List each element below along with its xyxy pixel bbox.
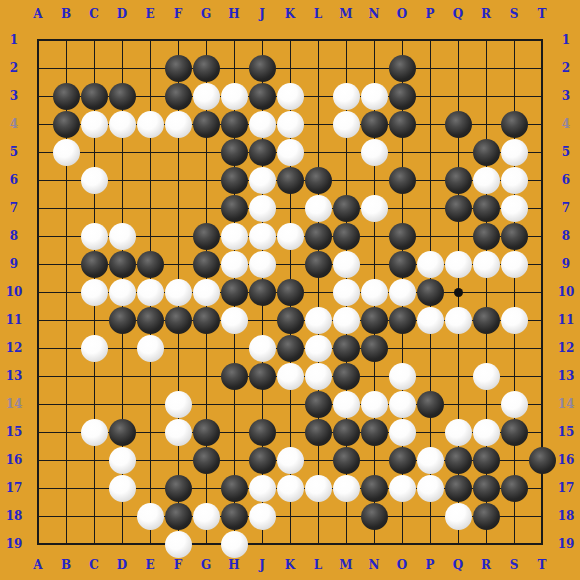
stone-black-J13	[249, 363, 276, 390]
row-label-right-7: 7	[562, 202, 570, 214]
stone-black-O6	[389, 167, 416, 194]
stone-black-R7	[473, 195, 500, 222]
stone-white-G10	[193, 279, 220, 306]
stone-white-M11	[333, 307, 360, 334]
stone-white-H8	[221, 223, 248, 250]
stone-black-Q17	[445, 475, 472, 502]
stone-white-K16	[277, 447, 304, 474]
row-label-left-3: 3	[10, 90, 18, 102]
row-label-left-16: 16	[6, 454, 23, 466]
stone-black-J16	[249, 447, 276, 474]
row-label-left-19: 19	[6, 538, 23, 550]
col-label-bottom-J: J	[259, 559, 265, 571]
col-label-bottom-N: N	[369, 559, 380, 571]
stone-white-D8	[109, 223, 136, 250]
stone-black-J5	[249, 139, 276, 166]
stone-white-C15	[81, 419, 108, 446]
stone-black-B4	[53, 111, 80, 138]
stone-white-H19	[221, 531, 248, 558]
stone-black-Q7	[445, 195, 472, 222]
col-label-top-G: G	[201, 8, 211, 20]
row-label-left-6: 6	[10, 174, 18, 186]
row-label-left-12: 12	[6, 342, 23, 354]
stone-black-Q16	[445, 447, 472, 474]
stone-black-O9	[389, 251, 416, 278]
stone-black-R5	[473, 139, 500, 166]
stone-white-Q11	[445, 307, 472, 334]
row-label-left-4: 4	[10, 118, 18, 130]
stone-white-L13	[305, 363, 332, 390]
stone-black-H17	[221, 475, 248, 502]
stone-black-D15	[109, 419, 136, 446]
stone-black-G8	[193, 223, 220, 250]
stone-black-J10	[249, 279, 276, 306]
stone-black-H18	[221, 503, 248, 530]
stone-black-H13	[221, 363, 248, 390]
col-label-top-N: N	[369, 8, 380, 20]
stone-white-E18	[137, 503, 164, 530]
stone-black-P14	[417, 391, 444, 418]
row-label-left-1: 1	[10, 34, 18, 46]
col-label-bottom-G: G	[201, 559, 211, 571]
col-label-top-F: F	[174, 8, 183, 20]
stone-white-E12	[137, 335, 164, 362]
stone-black-S4	[501, 111, 528, 138]
stone-white-R15	[473, 419, 500, 446]
stone-black-L15	[305, 419, 332, 446]
col-label-bottom-Q: Q	[453, 559, 463, 571]
stone-black-H5	[221, 139, 248, 166]
stone-white-N3	[361, 83, 388, 110]
stone-black-O16	[389, 447, 416, 474]
row-label-right-18: 18	[558, 510, 575, 522]
row-label-right-14: 14	[558, 398, 575, 410]
stone-white-F15	[165, 419, 192, 446]
col-label-bottom-B: B	[61, 559, 71, 571]
row-label-left-9: 9	[10, 258, 18, 270]
stone-white-M3	[333, 83, 360, 110]
stone-white-N10	[361, 279, 388, 306]
stone-white-O13	[389, 363, 416, 390]
col-label-bottom-H: H	[228, 559, 239, 571]
stone-white-F19	[165, 531, 192, 558]
stone-black-D9	[109, 251, 136, 278]
stone-black-M7	[333, 195, 360, 222]
stone-white-O17	[389, 475, 416, 502]
stone-white-J7	[249, 195, 276, 222]
stone-white-O10	[389, 279, 416, 306]
stone-white-S7	[501, 195, 528, 222]
stone-black-K6	[277, 167, 304, 194]
stone-black-M16	[333, 447, 360, 474]
row-label-left-17: 17	[6, 482, 23, 494]
stone-black-J15	[249, 419, 276, 446]
stone-white-P9	[417, 251, 444, 278]
stone-black-N18	[361, 503, 388, 530]
stone-black-D11	[109, 307, 136, 334]
stone-black-B3	[53, 83, 80, 110]
stone-white-P16	[417, 447, 444, 474]
stone-white-M14	[333, 391, 360, 418]
stone-black-P10	[417, 279, 444, 306]
col-label-bottom-K: K	[285, 559, 295, 571]
stone-white-K3	[277, 83, 304, 110]
stone-black-L8	[305, 223, 332, 250]
row-label-left-13: 13	[6, 370, 23, 382]
stone-black-M12	[333, 335, 360, 362]
stone-black-N17	[361, 475, 388, 502]
col-label-top-S: S	[510, 8, 519, 20]
row-label-right-11: 11	[558, 314, 575, 326]
stone-white-G18	[193, 503, 220, 530]
stone-white-R13	[473, 363, 500, 390]
stone-white-M17	[333, 475, 360, 502]
stone-black-G16	[193, 447, 220, 474]
stone-black-F18	[165, 503, 192, 530]
stone-black-O11	[389, 307, 416, 334]
row-label-right-19: 19	[558, 538, 575, 550]
stone-white-F14	[165, 391, 192, 418]
col-label-bottom-S: S	[510, 559, 519, 571]
col-label-top-C: C	[89, 8, 99, 20]
stone-black-R16	[473, 447, 500, 474]
stone-white-M4	[333, 111, 360, 138]
stone-white-Q18	[445, 503, 472, 530]
stone-black-L9	[305, 251, 332, 278]
row-label-right-3: 3	[562, 90, 570, 102]
stone-white-O15	[389, 419, 416, 446]
stone-black-G4	[193, 111, 220, 138]
stone-black-F17	[165, 475, 192, 502]
stone-black-S17	[501, 475, 528, 502]
stone-white-S11	[501, 307, 528, 334]
col-label-bottom-M: M	[339, 559, 352, 571]
col-label-top-R: R	[481, 8, 491, 20]
col-label-bottom-A: A	[33, 559, 42, 571]
stone-black-G15	[193, 419, 220, 446]
stone-white-J8	[249, 223, 276, 250]
stone-white-K13	[277, 363, 304, 390]
col-label-bottom-C: C	[89, 559, 99, 571]
stone-black-C3	[81, 83, 108, 110]
row-label-left-5: 5	[10, 146, 18, 158]
stone-black-O4	[389, 111, 416, 138]
row-label-right-13: 13	[558, 370, 575, 382]
col-label-top-B: B	[61, 8, 71, 20]
stone-white-P17	[417, 475, 444, 502]
row-label-right-8: 8	[562, 230, 570, 242]
col-label-top-E: E	[145, 8, 154, 20]
stone-black-R18	[473, 503, 500, 530]
stone-white-F4	[165, 111, 192, 138]
stone-black-K11	[277, 307, 304, 334]
star-point-Q10	[454, 288, 463, 297]
stone-black-R11	[473, 307, 500, 334]
stone-black-C9	[81, 251, 108, 278]
stone-white-D4	[109, 111, 136, 138]
stone-black-S15	[501, 419, 528, 446]
col-label-bottom-F: F	[174, 559, 183, 571]
row-label-right-15: 15	[558, 426, 575, 438]
stone-white-L17	[305, 475, 332, 502]
stone-black-T16	[529, 447, 556, 474]
stone-white-C10	[81, 279, 108, 306]
col-label-bottom-O: O	[397, 559, 407, 571]
stone-white-E10	[137, 279, 164, 306]
stone-black-M8	[333, 223, 360, 250]
stone-white-L12	[305, 335, 332, 362]
stone-black-S8	[501, 223, 528, 250]
stone-white-S5	[501, 139, 528, 166]
col-label-bottom-T: T	[538, 559, 547, 571]
col-label-top-D: D	[117, 8, 127, 20]
go-board[interactable]: AABBCCDDEEFFGGHHJJKKLLMMNNOOPPQQRRSSTT11…	[0, 0, 580, 580]
stone-black-J3	[249, 83, 276, 110]
row-label-right-4: 4	[562, 118, 570, 130]
col-label-bottom-L: L	[314, 559, 322, 571]
row-label-right-2: 2	[562, 62, 570, 74]
col-label-top-O: O	[397, 8, 407, 20]
col-label-bottom-P: P	[425, 559, 434, 571]
stone-white-O14	[389, 391, 416, 418]
row-label-right-9: 9	[562, 258, 570, 270]
stone-white-K8	[277, 223, 304, 250]
stone-white-B5	[53, 139, 80, 166]
stone-white-Q9	[445, 251, 472, 278]
stone-black-H7	[221, 195, 248, 222]
stone-black-R8	[473, 223, 500, 250]
row-label-right-1: 1	[562, 34, 570, 46]
stone-white-R6	[473, 167, 500, 194]
stone-white-C6	[81, 167, 108, 194]
stone-black-L6	[305, 167, 332, 194]
stone-black-G11	[193, 307, 220, 334]
stone-white-D16	[109, 447, 136, 474]
stone-black-O2	[389, 55, 416, 82]
col-label-top-L: L	[314, 8, 322, 20]
col-label-bottom-D: D	[117, 559, 127, 571]
row-label-left-15: 15	[6, 426, 23, 438]
stone-white-S14	[501, 391, 528, 418]
col-label-top-J: J	[259, 8, 265, 20]
stone-white-J12	[249, 335, 276, 362]
row-label-right-6: 6	[562, 174, 570, 186]
stone-white-K17	[277, 475, 304, 502]
col-label-top-A: A	[33, 8, 42, 20]
row-label-right-10: 10	[558, 286, 575, 298]
stone-white-D17	[109, 475, 136, 502]
row-label-left-18: 18	[6, 510, 23, 522]
stone-white-C4	[81, 111, 108, 138]
stone-white-S9	[501, 251, 528, 278]
row-label-right-5: 5	[562, 146, 570, 158]
stone-black-K12	[277, 335, 304, 362]
stone-white-P11	[417, 307, 444, 334]
stone-white-H11	[221, 307, 248, 334]
stone-white-D10	[109, 279, 136, 306]
stone-white-G3	[193, 83, 220, 110]
col-label-top-P: P	[425, 8, 434, 20]
stone-black-Q6	[445, 167, 472, 194]
col-label-top-Q: Q	[453, 8, 463, 20]
stone-black-H4	[221, 111, 248, 138]
row-label-right-17: 17	[558, 482, 575, 494]
stone-black-N4	[361, 111, 388, 138]
stone-white-J4	[249, 111, 276, 138]
row-label-right-16: 16	[558, 454, 575, 466]
stone-black-D3	[109, 83, 136, 110]
row-label-right-12: 12	[558, 342, 575, 354]
stone-white-H3	[221, 83, 248, 110]
stone-white-N14	[361, 391, 388, 418]
row-label-left-8: 8	[10, 230, 18, 242]
stone-black-Q4	[445, 111, 472, 138]
stone-black-K10	[277, 279, 304, 306]
stone-black-F11	[165, 307, 192, 334]
stone-black-M13	[333, 363, 360, 390]
stone-white-F10	[165, 279, 192, 306]
stone-white-E4	[137, 111, 164, 138]
stone-white-C12	[81, 335, 108, 362]
stone-white-H9	[221, 251, 248, 278]
stone-black-R17	[473, 475, 500, 502]
stone-black-H6	[221, 167, 248, 194]
stone-black-F3	[165, 83, 192, 110]
stone-white-S6	[501, 167, 528, 194]
stone-black-G2	[193, 55, 220, 82]
stone-black-O3	[389, 83, 416, 110]
col-label-bottom-E: E	[145, 559, 154, 571]
stone-black-L14	[305, 391, 332, 418]
stone-white-N5	[361, 139, 388, 166]
col-label-bottom-R: R	[481, 559, 491, 571]
stone-black-N15	[361, 419, 388, 446]
col-label-top-H: H	[228, 8, 239, 20]
stone-white-J18	[249, 503, 276, 530]
row-label-left-10: 10	[6, 286, 23, 298]
stone-black-E9	[137, 251, 164, 278]
stone-white-C8	[81, 223, 108, 250]
stone-black-N12	[361, 335, 388, 362]
col-label-top-T: T	[538, 8, 547, 20]
stone-black-N11	[361, 307, 388, 334]
stone-black-E11	[137, 307, 164, 334]
col-label-top-M: M	[339, 8, 352, 20]
stone-white-Q15	[445, 419, 472, 446]
stone-white-K5	[277, 139, 304, 166]
stone-black-J2	[249, 55, 276, 82]
stone-black-H10	[221, 279, 248, 306]
stone-black-M15	[333, 419, 360, 446]
stone-white-M10	[333, 279, 360, 306]
stone-white-K4	[277, 111, 304, 138]
stone-white-J17	[249, 475, 276, 502]
stone-white-M9	[333, 251, 360, 278]
stone-white-J6	[249, 167, 276, 194]
stone-white-L7	[305, 195, 332, 222]
stone-white-N7	[361, 195, 388, 222]
row-label-left-11: 11	[6, 314, 23, 326]
row-label-left-2: 2	[10, 62, 18, 74]
stone-white-R9	[473, 251, 500, 278]
col-label-top-K: K	[285, 8, 295, 20]
row-label-left-14: 14	[6, 398, 23, 410]
row-label-left-7: 7	[10, 202, 18, 214]
stone-black-F2	[165, 55, 192, 82]
stone-white-J9	[249, 251, 276, 278]
stone-black-G9	[193, 251, 220, 278]
stone-black-O8	[389, 223, 416, 250]
stone-white-L11	[305, 307, 332, 334]
